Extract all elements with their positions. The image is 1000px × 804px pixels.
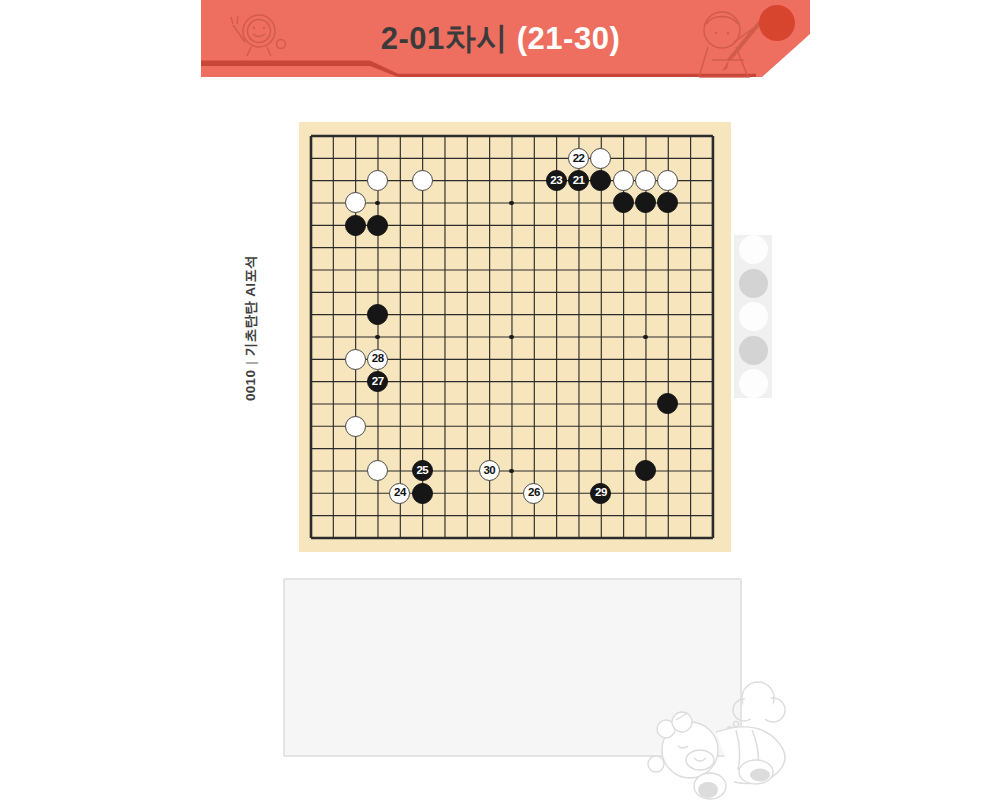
stone-black [613, 192, 634, 213]
stone-white [412, 170, 433, 191]
star-point [643, 335, 648, 340]
stone-white-26: 26 [523, 483, 544, 504]
tray-stone-white [739, 369, 768, 398]
tray-stone-white [739, 302, 768, 331]
move-number: 25 [416, 465, 428, 477]
move-number: 29 [595, 487, 607, 499]
stone-black-21: 21 [568, 170, 589, 191]
stone-white [635, 170, 656, 191]
lesson-number: 2-01차시 [381, 18, 508, 60]
stone-black-25: 25 [412, 460, 433, 481]
stone-black [367, 215, 388, 236]
move-number: 26 [528, 487, 540, 499]
go-board: 21222324252627282930 [299, 122, 731, 552]
stone-tray [734, 235, 772, 398]
star-point [375, 201, 380, 206]
stone-white-28: 28 [367, 349, 388, 370]
stone-black [590, 170, 611, 191]
move-number: 21 [573, 175, 585, 187]
stone-black [657, 192, 678, 213]
stone-white [345, 192, 366, 213]
move-number: 22 [573, 153, 585, 165]
move-number: 30 [483, 465, 495, 477]
star-point [509, 335, 514, 340]
side-label: 0010|기초탄탄 AI포석 [242, 255, 260, 401]
move-number: 23 [550, 175, 562, 187]
page-title: 2-01차시 (21-30) [201, 0, 810, 77]
side-label-code: 0010 [243, 370, 258, 401]
move-number: 28 [372, 353, 384, 365]
stone-black [657, 393, 678, 414]
stone-white-24: 24 [389, 483, 410, 504]
stone-white [613, 170, 634, 191]
tray-stone-gray [739, 336, 768, 365]
stone-white [367, 460, 388, 481]
side-label-title: 기초탄탄 AI포석 [243, 255, 258, 356]
stone-black [367, 304, 388, 325]
stone-white [345, 349, 366, 370]
stone-black-29: 29 [590, 483, 611, 504]
stone-black [412, 483, 433, 504]
tray-stone-gray [739, 269, 768, 298]
stone-black [345, 215, 366, 236]
stone-white [590, 148, 611, 169]
stone-black [635, 460, 656, 481]
star-point [509, 201, 514, 206]
stone-black-27: 27 [367, 371, 388, 392]
workbook-page: 2-01차시 (21-30) 0010|기초탄탄 AI포석 2122232425… [0, 0, 1000, 804]
stone-white-22: 22 [568, 148, 589, 169]
stone-white-30: 30 [479, 460, 500, 481]
stone-black [635, 192, 656, 213]
star-point [375, 335, 380, 340]
stone-black-23: 23 [546, 170, 567, 191]
stone-white [367, 170, 388, 191]
side-label-separator: | [243, 361, 258, 365]
stone-white [657, 170, 678, 191]
move-number: 24 [394, 487, 406, 499]
stone-white [345, 416, 366, 437]
tray-stone-white [739, 235, 768, 264]
stones-grid: 21222324252627282930 [300, 125, 724, 549]
star-point [509, 469, 514, 474]
sleeping-mascot-icon [640, 668, 800, 804]
move-number: 27 [372, 376, 384, 388]
move-range: (21-30) [517, 21, 620, 57]
